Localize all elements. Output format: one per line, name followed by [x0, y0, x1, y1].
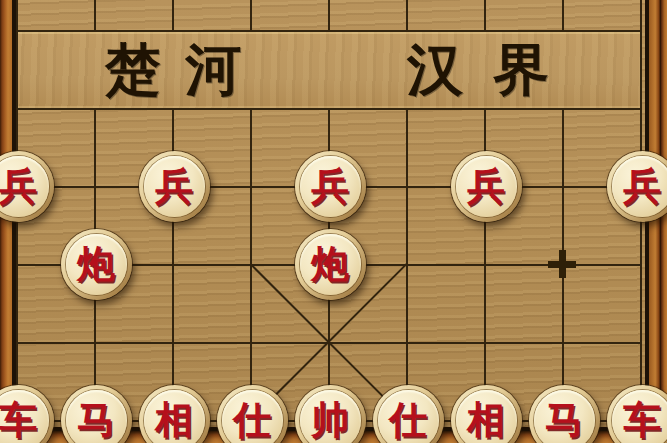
piece-face: 炮	[66, 234, 127, 295]
piece-red-soldier[interactable]: 兵	[295, 151, 366, 222]
piece-red-soldier[interactable]: 兵	[139, 151, 210, 222]
piece-glyph: 兵	[311, 167, 349, 205]
piece-red-elephant[interactable]: 相	[139, 385, 210, 443]
piece-red-cannon[interactable]: 炮	[61, 229, 132, 300]
piece-face: 兵	[300, 156, 361, 217]
piece-red-horse[interactable]: 马	[61, 385, 132, 443]
piece-glyph: 车	[0, 401, 37, 439]
piece-glyph: 帅	[311, 401, 349, 439]
piece-red-soldier[interactable]: 兵	[607, 151, 667, 222]
piece-red-cannon[interactable]: 炮	[295, 229, 366, 300]
piece-face: 兵	[0, 156, 49, 217]
piece-red-advisor[interactable]: 仕	[217, 385, 288, 443]
piece-glyph: 仕	[233, 401, 271, 439]
piece-red-soldier[interactable]: 兵	[451, 151, 522, 222]
piece-glyph: 兵	[623, 167, 661, 205]
piece-red-elephant[interactable]: 相	[451, 385, 522, 443]
piece-red-soldier[interactable]: 兵	[0, 151, 54, 222]
piece-red-chariot[interactable]: 车	[607, 385, 667, 443]
piece-glyph: 马	[77, 401, 115, 439]
board-points: 兵兵兵兵兵炮炮车马相仕帅仕相马车	[0, 0, 667, 443]
piece-red-horse[interactable]: 马	[529, 385, 600, 443]
piece-face: 仕	[378, 390, 439, 443]
board[interactable]: 楚 河 汉 界 兵兵兵兵兵炮炮车马相仕帅仕相马车	[12, 0, 649, 431]
piece-red-general[interactable]: 帅	[295, 385, 366, 443]
piece-face: 车	[0, 390, 49, 443]
piece-glyph: 炮	[77, 245, 115, 283]
piece-glyph: 兵	[467, 167, 505, 205]
piece-glyph: 相	[467, 401, 505, 439]
piece-face: 相	[456, 390, 517, 443]
piece-face: 帅	[300, 390, 361, 443]
piece-glyph: 兵	[0, 167, 37, 205]
piece-face: 仕	[222, 390, 283, 443]
cross-marker	[548, 250, 576, 278]
piece-glyph: 相	[155, 401, 193, 439]
piece-face: 相	[144, 390, 205, 443]
piece-face: 马	[534, 390, 595, 443]
piece-face: 马	[66, 390, 127, 443]
piece-face: 炮	[300, 234, 361, 295]
piece-glyph: 炮	[311, 245, 349, 283]
piece-glyph: 车	[623, 401, 661, 439]
piece-glyph: 马	[545, 401, 583, 439]
piece-red-chariot[interactable]: 车	[0, 385, 54, 443]
piece-face: 车	[612, 390, 667, 443]
piece-face: 兵	[144, 156, 205, 217]
piece-face: 兵	[456, 156, 517, 217]
xiangqi-board-screen: 楚 河 汉 界 兵兵兵兵兵炮炮车马相仕帅仕相马车	[0, 0, 667, 443]
piece-red-advisor[interactable]: 仕	[373, 385, 444, 443]
piece-face: 兵	[612, 156, 667, 217]
piece-glyph: 兵	[155, 167, 193, 205]
piece-glyph: 仕	[389, 401, 427, 439]
